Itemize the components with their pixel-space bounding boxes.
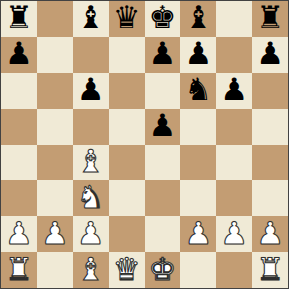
square-d1[interactable]: ♛ [109,252,145,288]
piece-black-queen[interactable]: ♛ [113,2,141,33]
piece-white-pawn[interactable]: ♟ [220,218,248,249]
piece-white-pawn[interactable]: ♟ [77,218,105,249]
square-c2[interactable]: ♟ [73,216,109,252]
square-f1[interactable] [180,252,216,288]
piece-white-pawn[interactable]: ♟ [5,218,33,249]
square-c6[interactable]: ♟ [73,73,109,109]
piece-white-pawn[interactable]: ♟ [41,218,69,249]
square-e6[interactable] [145,73,181,109]
chess-board: ♜♝♛♚♝♜♟♟♟♟♟♞♟♟♝♞♟♟♟♟♟♟♜♝♛♚♜ [0,0,289,289]
piece-white-king[interactable]: ♚ [149,254,177,285]
piece-black-rook[interactable]: ♜ [5,2,33,33]
piece-black-pawn[interactable]: ♟ [184,38,212,69]
square-d4[interactable] [109,145,145,181]
square-g5[interactable] [216,109,252,145]
square-d2[interactable] [109,216,145,252]
square-e4[interactable] [145,145,181,181]
piece-white-rook[interactable]: ♜ [256,254,284,285]
square-g8[interactable] [216,1,252,37]
piece-black-pawn[interactable]: ♟ [5,38,33,69]
square-a6[interactable] [1,73,37,109]
square-b2[interactable]: ♟ [37,216,73,252]
square-f5[interactable] [180,109,216,145]
square-g3[interactable] [216,180,252,216]
piece-black-rook[interactable]: ♜ [256,2,284,33]
square-g1[interactable] [216,252,252,288]
square-h2[interactable]: ♟ [252,216,288,252]
square-f7[interactable]: ♟ [180,37,216,73]
square-e5[interactable]: ♟ [145,109,181,145]
piece-white-rook[interactable]: ♜ [5,254,33,285]
piece-white-queen[interactable]: ♛ [113,254,141,285]
square-c4[interactable]: ♝ [73,145,109,181]
square-b7[interactable] [37,37,73,73]
square-c3[interactable]: ♞ [73,180,109,216]
square-a8[interactable]: ♜ [1,1,37,37]
piece-black-king[interactable]: ♚ [149,2,177,33]
piece-black-pawn[interactable]: ♟ [149,38,177,69]
square-f4[interactable] [180,145,216,181]
piece-black-pawn[interactable]: ♟ [77,74,105,105]
square-d3[interactable] [109,180,145,216]
square-h5[interactable] [252,109,288,145]
square-a7[interactable]: ♟ [1,37,37,73]
square-c8[interactable]: ♝ [73,1,109,37]
piece-black-pawn[interactable]: ♟ [149,110,177,141]
square-d6[interactable] [109,73,145,109]
square-e1[interactable]: ♚ [145,252,181,288]
piece-white-bishop[interactable]: ♝ [77,146,105,177]
square-d5[interactable] [109,109,145,145]
square-g7[interactable] [216,37,252,73]
square-h6[interactable] [252,73,288,109]
square-b5[interactable] [37,109,73,145]
square-e2[interactable] [145,216,181,252]
square-h8[interactable]: ♜ [252,1,288,37]
piece-black-knight[interactable]: ♞ [184,74,212,105]
square-h7[interactable]: ♟ [252,37,288,73]
square-b1[interactable] [37,252,73,288]
square-d7[interactable] [109,37,145,73]
square-f3[interactable] [180,180,216,216]
piece-white-pawn[interactable]: ♟ [256,218,284,249]
square-b8[interactable] [37,1,73,37]
piece-black-pawn[interactable]: ♟ [220,74,248,105]
square-a3[interactable] [1,180,37,216]
square-b4[interactable] [37,145,73,181]
square-e3[interactable] [145,180,181,216]
square-c5[interactable] [73,109,109,145]
square-g2[interactable]: ♟ [216,216,252,252]
square-f2[interactable]: ♟ [180,216,216,252]
square-g6[interactable]: ♟ [216,73,252,109]
square-f8[interactable]: ♝ [180,1,216,37]
piece-black-bishop[interactable]: ♝ [184,2,212,33]
piece-white-knight[interactable]: ♞ [77,182,105,213]
square-c7[interactable] [73,37,109,73]
piece-black-bishop[interactable]: ♝ [77,2,105,33]
square-a1[interactable]: ♜ [1,252,37,288]
square-c1[interactable]: ♝ [73,252,109,288]
piece-white-bishop[interactable]: ♝ [77,254,105,285]
square-a4[interactable] [1,145,37,181]
square-e8[interactable]: ♚ [145,1,181,37]
square-h3[interactable] [252,180,288,216]
square-a5[interactable] [1,109,37,145]
square-h4[interactable] [252,145,288,181]
piece-white-pawn[interactable]: ♟ [184,218,212,249]
square-a2[interactable]: ♟ [1,216,37,252]
square-b3[interactable] [37,180,73,216]
square-b6[interactable] [37,73,73,109]
square-g4[interactable] [216,145,252,181]
square-e7[interactable]: ♟ [145,37,181,73]
square-h1[interactable]: ♜ [252,252,288,288]
square-d8[interactable]: ♛ [109,1,145,37]
piece-black-pawn[interactable]: ♟ [256,38,284,69]
square-f6[interactable]: ♞ [180,73,216,109]
